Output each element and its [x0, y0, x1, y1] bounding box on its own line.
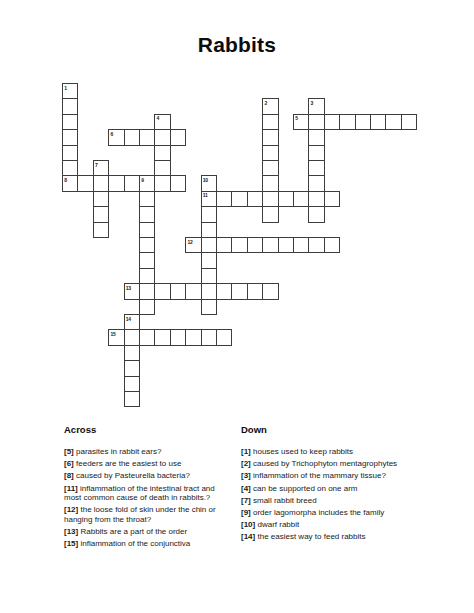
- grid-cell[interactable]: [62, 145, 78, 161]
- clue: [4] can be supported on one arm: [241, 484, 441, 494]
- cell-number: 4: [157, 115, 160, 121]
- clue-number: [5]: [64, 447, 74, 456]
- cell-number: 9: [141, 177, 144, 183]
- grid-cell[interactable]: [401, 114, 417, 130]
- grid-cell[interactable]: [231, 283, 247, 299]
- cell-number: 5: [295, 115, 298, 121]
- clue: [9] order lagomorpha includes the family: [241, 508, 441, 518]
- grid-cell[interactable]: [139, 268, 155, 284]
- grid-cell[interactable]: [385, 114, 401, 130]
- cell-number: 12: [187, 239, 192, 245]
- grid-cell[interactable]: [308, 175, 324, 191]
- grid-cell[interactable]: [247, 191, 263, 207]
- grid-cell[interactable]: [108, 175, 124, 191]
- grid-cell[interactable]: 4: [154, 114, 170, 130]
- clue: [15] inflammation of the conjunctiva: [64, 539, 232, 549]
- grid-cell[interactable]: [62, 114, 78, 130]
- clue-number: [10]: [241, 520, 255, 529]
- grid-cell[interactable]: [262, 237, 278, 253]
- grid-cell[interactable]: [339, 114, 355, 130]
- grid-cell[interactable]: [139, 299, 155, 315]
- grid-cell[interactable]: [308, 191, 324, 207]
- clue-number: [7]: [241, 496, 251, 505]
- clue-number: [8]: [64, 471, 74, 480]
- grid-cell[interactable]: [62, 129, 78, 145]
- grid-cell[interactable]: [324, 114, 340, 130]
- puzzle-title: Rabbits: [0, 33, 474, 57]
- grid-cell[interactable]: [139, 283, 155, 299]
- grid-cell[interactable]: 3: [308, 98, 324, 114]
- grid-cell[interactable]: [139, 237, 155, 253]
- grid-cell[interactable]: [216, 191, 232, 207]
- grid-cell[interactable]: [93, 222, 109, 238]
- clue-number: [15]: [64, 539, 78, 548]
- grid-cell[interactable]: [170, 329, 186, 345]
- clue-number: [13]: [64, 527, 78, 536]
- clue: [2] caused by Trichophyton mentagrophyte…: [241, 459, 441, 469]
- grid-cell[interactable]: [93, 206, 109, 222]
- grid-cell[interactable]: [308, 145, 324, 161]
- grid-cell[interactable]: [231, 237, 247, 253]
- grid-cell[interactable]: [247, 237, 263, 253]
- grid-cell[interactable]: [278, 237, 294, 253]
- grid-cell[interactable]: [201, 237, 217, 253]
- grid-cell[interactable]: 8: [62, 175, 78, 191]
- grid-cell[interactable]: 6: [108, 129, 124, 145]
- grid-cell[interactable]: [216, 237, 232, 253]
- crossword-page: Rabbits 123456789101112131415 Across [5]…: [0, 0, 474, 613]
- grid-cell[interactable]: [216, 283, 232, 299]
- grid-cell[interactable]: [278, 191, 294, 207]
- grid-cell[interactable]: [124, 129, 140, 145]
- clue: [13] Rabbits are a part of the order: [64, 527, 232, 537]
- cell-number: 7: [95, 162, 98, 168]
- cell-number: 2: [264, 100, 267, 106]
- grid-cell[interactable]: [262, 191, 278, 207]
- grid-cell[interactable]: [355, 114, 371, 130]
- grid-cell[interactable]: [124, 175, 140, 191]
- grid-cell[interactable]: [124, 391, 140, 407]
- grid-cell[interactable]: [139, 129, 155, 145]
- grid-cell[interactable]: 12: [185, 237, 201, 253]
- grid-cell[interactable]: [154, 283, 170, 299]
- cell-number: 3: [311, 100, 314, 106]
- grid-cell[interactable]: [139, 329, 155, 345]
- grid-cell[interactable]: [93, 191, 109, 207]
- across-header: Across: [64, 424, 232, 435]
- down-clues-section: Down [1] houses used to keep rabbits[2] …: [241, 424, 441, 545]
- cell-number: 6: [110, 131, 113, 137]
- grid-cell[interactable]: 14: [124, 314, 140, 330]
- cell-number: 11: [203, 192, 208, 198]
- grid-cell[interactable]: [231, 191, 247, 207]
- clue: [6] feeders are the easiest to use: [64, 459, 232, 469]
- down-header: Down: [241, 424, 441, 435]
- grid-cell[interactable]: [370, 114, 386, 130]
- cell-number: 14: [126, 316, 131, 322]
- grid-cell[interactable]: [324, 237, 340, 253]
- grid-cell[interactable]: 15: [108, 329, 124, 345]
- down-clue-list: [1] houses used to keep rabbits[2] cause…: [241, 447, 441, 542]
- clue-number: [14]: [241, 532, 255, 541]
- grid-cell[interactable]: [170, 283, 186, 299]
- grid-cell[interactable]: [93, 175, 109, 191]
- grid-cell[interactable]: 7: [93, 160, 109, 176]
- grid-cell[interactable]: [308, 237, 324, 253]
- clue-number: [12]: [64, 505, 78, 514]
- clue: [12] the loose fold of skin under the ch…: [64, 505, 232, 524]
- clue: [10] dwarf rabbit: [241, 520, 441, 530]
- grid-cell[interactable]: [308, 114, 324, 130]
- cell-number: 15: [110, 331, 115, 337]
- grid-cell[interactable]: [124, 345, 140, 361]
- grid-cell[interactable]: [308, 160, 324, 176]
- grid-cell[interactable]: 10: [201, 175, 217, 191]
- grid-cell[interactable]: [139, 206, 155, 222]
- clue: [1] houses used to keep rabbits: [241, 447, 441, 457]
- grid-cell[interactable]: [185, 329, 201, 345]
- grid-cell[interactable]: [262, 206, 278, 222]
- grid-cell[interactable]: [139, 191, 155, 207]
- grid-cell[interactable]: [154, 329, 170, 345]
- grid-cell[interactable]: [170, 175, 186, 191]
- clue-number: [1]: [241, 447, 251, 456]
- grid-cell[interactable]: [308, 129, 324, 145]
- clue: [14] the easiest way to feed rabbits: [241, 532, 441, 542]
- grid-cell[interactable]: 5: [293, 114, 309, 130]
- grid-cell[interactable]: [201, 222, 217, 238]
- grid-cell[interactable]: 2: [262, 98, 278, 114]
- clue: [7] small rabbit breed: [241, 496, 441, 506]
- clue: [3] inflammation of the mammary tissue?: [241, 471, 441, 481]
- grid-cell[interactable]: [139, 222, 155, 238]
- grid-cell[interactable]: [154, 175, 170, 191]
- clue: [5] parasites in rabbit ears?: [64, 447, 232, 457]
- grid-cell[interactable]: [62, 160, 78, 176]
- clue-number: [3]: [241, 471, 251, 480]
- grid-cell[interactable]: [293, 191, 309, 207]
- grid-cell[interactable]: [62, 98, 78, 114]
- grid-cell[interactable]: [201, 206, 217, 222]
- grid-cell[interactable]: [201, 252, 217, 268]
- grid-cell[interactable]: [77, 175, 93, 191]
- grid-cell[interactable]: [124, 360, 140, 376]
- grid-cell[interactable]: [262, 145, 278, 161]
- grid-cell[interactable]: [139, 252, 155, 268]
- grid-cell[interactable]: [201, 283, 217, 299]
- grid-cell[interactable]: [154, 145, 170, 161]
- grid-cell[interactable]: [201, 268, 217, 284]
- grid-cell[interactable]: [124, 329, 140, 345]
- grid-cell[interactable]: [262, 175, 278, 191]
- grid-cell[interactable]: 13: [124, 283, 140, 299]
- grid-cell[interactable]: [308, 206, 324, 222]
- grid-cell[interactable]: [293, 237, 309, 253]
- grid-cell[interactable]: [124, 376, 140, 392]
- grid-cell[interactable]: [324, 191, 340, 207]
- grid-cell[interactable]: [201, 329, 217, 345]
- cell-number: 10: [203, 177, 208, 183]
- grid-cell[interactable]: [262, 160, 278, 176]
- clue-number: [11]: [64, 484, 78, 493]
- grid-cell[interactable]: 9: [139, 175, 155, 191]
- grid-cell[interactable]: 1: [62, 83, 78, 99]
- grid-cell[interactable]: [262, 129, 278, 145]
- clue-number: [6]: [64, 459, 74, 468]
- clue-number: [9]: [241, 508, 251, 517]
- grid-cell[interactable]: [262, 114, 278, 130]
- across-clue-list: [5] parasites in rabbit ears?[6] feeders…: [64, 447, 232, 549]
- grid-cell[interactable]: [154, 160, 170, 176]
- grid-cell[interactable]: 11: [201, 191, 217, 207]
- grid-cell[interactable]: [185, 283, 201, 299]
- cell-number: 8: [64, 177, 67, 183]
- crossword-grid: 123456789101112131415: [62, 83, 418, 408]
- cell-number: 13: [126, 285, 131, 291]
- grid-cell[interactable]: [201, 299, 217, 315]
- grid-cell[interactable]: [170, 129, 186, 145]
- grid-cell[interactable]: [262, 283, 278, 299]
- clue: [11] inflammation of the intestinal trac…: [64, 484, 232, 503]
- cell-number: 1: [64, 85, 67, 91]
- clue: [8] caused by Pasteurella bacteria?: [64, 471, 232, 481]
- across-clues-section: Across [5] parasites in rabbit ears?[6] …: [64, 424, 232, 552]
- clue-number: [4]: [241, 484, 251, 493]
- grid-cell[interactable]: [154, 129, 170, 145]
- clue-number: [2]: [241, 459, 251, 468]
- grid-cell[interactable]: [216, 329, 232, 345]
- grid-cell[interactable]: [247, 283, 263, 299]
